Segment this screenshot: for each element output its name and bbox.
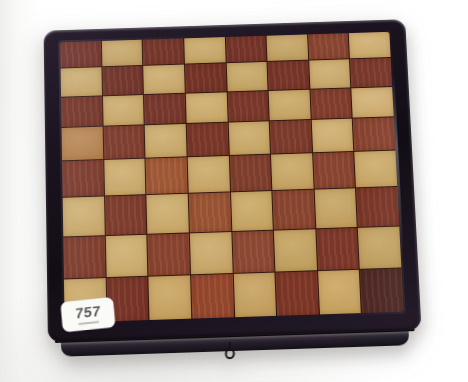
sticker-subtext-line (78, 320, 99, 325)
board-square[interactable] (102, 40, 143, 67)
board-square[interactable] (349, 32, 391, 59)
board-square[interactable] (187, 123, 229, 157)
board-square[interactable] (105, 234, 147, 276)
board-square[interactable] (268, 61, 310, 90)
board-square[interactable] (190, 232, 233, 274)
board-square[interactable] (227, 91, 269, 122)
board-square[interactable] (145, 124, 187, 158)
board-square[interactable] (271, 154, 313, 191)
board-square[interactable] (355, 151, 398, 188)
board-square[interactable] (102, 66, 143, 95)
board-square[interactable] (63, 197, 105, 236)
board-square[interactable] (103, 95, 144, 126)
board-square[interactable] (146, 158, 188, 195)
board-square[interactable] (184, 37, 225, 64)
board-square[interactable] (62, 127, 103, 161)
board-square[interactable] (143, 38, 184, 65)
chessboard (60, 32, 403, 323)
board-square[interactable] (308, 33, 349, 60)
board-square[interactable] (105, 195, 147, 234)
board-square[interactable] (104, 159, 146, 196)
board-square[interactable] (360, 268, 404, 313)
board-square[interactable] (274, 229, 317, 271)
board-square[interactable] (270, 120, 312, 154)
board-square[interactable] (143, 65, 184, 94)
board-square[interactable] (276, 271, 319, 316)
board-square[interactable] (149, 275, 192, 320)
board-square[interactable] (103, 126, 144, 160)
board-square[interactable] (148, 233, 190, 275)
board-square[interactable] (188, 156, 230, 193)
board-square[interactable] (313, 152, 355, 189)
board-square[interactable] (228, 122, 270, 156)
board-square[interactable] (191, 273, 234, 318)
board-square[interactable] (269, 89, 311, 120)
board-square[interactable] (231, 191, 273, 230)
board-square[interactable] (353, 117, 395, 151)
board-square[interactable] (233, 272, 276, 317)
photo-background: 757 (0, 0, 468, 382)
board-square[interactable] (358, 226, 401, 268)
board-square[interactable] (60, 41, 101, 68)
board-square[interactable] (226, 62, 267, 91)
board-square[interactable] (229, 155, 271, 192)
lot-number: 757 (75, 304, 101, 321)
board-square[interactable] (356, 187, 399, 226)
board-square[interactable] (185, 63, 226, 92)
board-square[interactable] (267, 34, 308, 61)
board-square[interactable] (314, 189, 357, 228)
board-square[interactable] (62, 160, 104, 197)
board-square[interactable] (352, 87, 394, 118)
board-square[interactable] (350, 58, 392, 87)
board-square[interactable] (61, 67, 102, 96)
board-square[interactable] (225, 36, 266, 63)
board-square[interactable] (311, 119, 353, 153)
board-square[interactable] (310, 88, 352, 119)
box-lid-frame: 757 (44, 19, 422, 342)
board-square[interactable] (144, 93, 185, 124)
board-square[interactable] (318, 269, 361, 314)
board-square[interactable] (186, 92, 228, 123)
board-square[interactable] (309, 59, 351, 88)
board-square[interactable] (232, 230, 275, 272)
lot-sticker: 757 (60, 297, 115, 333)
board-square[interactable] (272, 190, 315, 229)
board-square[interactable] (147, 194, 189, 233)
board-square[interactable] (189, 193, 231, 232)
board-square[interactable] (63, 236, 105, 278)
chessboard-box: 757 (44, 19, 423, 364)
clasp-hook-icon (223, 342, 235, 359)
board-square[interactable] (61, 96, 102, 127)
board-square[interactable] (316, 228, 359, 270)
